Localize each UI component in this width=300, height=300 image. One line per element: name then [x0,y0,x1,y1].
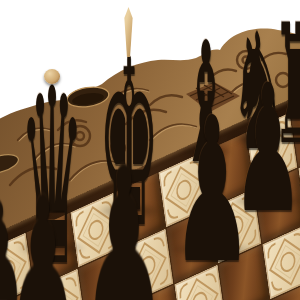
chess-set-photo: ♟♛♚♝♞♜♟♟♟♟ [0,0,300,300]
